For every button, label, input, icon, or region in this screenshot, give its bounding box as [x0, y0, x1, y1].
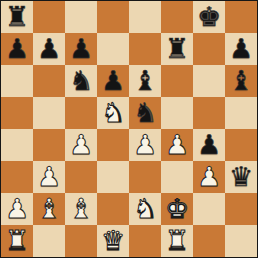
square-a8[interactable]: ♜	[1, 1, 33, 33]
piece-black-pawn[interactable]: ♟	[5, 33, 29, 65]
square-a1[interactable]: ♜	[1, 225, 33, 257]
square-c4[interactable]: ♟	[65, 129, 97, 161]
piece-white-knight[interactable]: ♞	[101, 97, 125, 129]
square-c7[interactable]: ♟	[65, 33, 97, 65]
square-d4[interactable]	[97, 129, 129, 161]
square-f3[interactable]	[161, 161, 193, 193]
square-e5[interactable]: ♞	[129, 97, 161, 129]
square-g1[interactable]	[193, 225, 225, 257]
square-h8[interactable]	[225, 1, 257, 33]
square-f8[interactable]	[161, 1, 193, 33]
square-c1[interactable]	[65, 225, 97, 257]
square-d5[interactable]: ♞	[97, 97, 129, 129]
square-f4[interactable]: ♟	[161, 129, 193, 161]
square-g2[interactable]	[193, 193, 225, 225]
piece-black-pawn[interactable]: ♟	[101, 65, 125, 97]
square-d3[interactable]	[97, 161, 129, 193]
piece-white-queen[interactable]: ♛	[101, 225, 125, 257]
square-f6[interactable]	[161, 65, 193, 97]
piece-white-knight[interactable]: ♞	[133, 193, 157, 225]
square-a7[interactable]: ♟	[1, 33, 33, 65]
square-a3[interactable]	[1, 161, 33, 193]
piece-white-bishop[interactable]: ♝	[37, 193, 61, 225]
square-b3[interactable]: ♟	[33, 161, 65, 193]
square-a2[interactable]: ♟	[1, 193, 33, 225]
piece-black-king[interactable]: ♚	[197, 1, 221, 33]
square-d7[interactable]	[97, 33, 129, 65]
piece-black-rook[interactable]: ♜	[5, 1, 29, 33]
piece-black-pawn[interactable]: ♟	[37, 33, 61, 65]
square-e4[interactable]: ♟	[129, 129, 161, 161]
square-b7[interactable]: ♟	[33, 33, 65, 65]
piece-white-pawn[interactable]: ♟	[197, 161, 221, 193]
square-e2[interactable]: ♞	[129, 193, 161, 225]
square-h3[interactable]: ♛	[225, 161, 257, 193]
square-b4[interactable]	[33, 129, 65, 161]
square-f1[interactable]: ♜	[161, 225, 193, 257]
piece-black-pawn[interactable]: ♟	[197, 129, 221, 161]
piece-black-pawn[interactable]: ♟	[69, 33, 93, 65]
square-f7[interactable]: ♜	[161, 33, 193, 65]
square-e1[interactable]	[129, 225, 161, 257]
square-e6[interactable]: ♝	[129, 65, 161, 97]
square-d2[interactable]	[97, 193, 129, 225]
square-d8[interactable]	[97, 1, 129, 33]
square-h2[interactable]	[225, 193, 257, 225]
square-g8[interactable]: ♚	[193, 1, 225, 33]
square-b5[interactable]	[33, 97, 65, 129]
piece-black-knight[interactable]: ♞	[133, 97, 157, 129]
square-e3[interactable]	[129, 161, 161, 193]
square-e7[interactable]	[129, 33, 161, 65]
square-c6[interactable]: ♞	[65, 65, 97, 97]
square-c8[interactable]	[65, 1, 97, 33]
piece-white-pawn[interactable]: ♟	[165, 129, 189, 161]
piece-black-knight[interactable]: ♞	[69, 65, 93, 97]
square-b8[interactable]	[33, 1, 65, 33]
square-c3[interactable]	[65, 161, 97, 193]
piece-white-pawn[interactable]: ♟	[69, 129, 93, 161]
piece-white-bishop[interactable]: ♝	[69, 193, 93, 225]
square-g5[interactable]	[193, 97, 225, 129]
square-a6[interactable]	[1, 65, 33, 97]
square-g6[interactable]	[193, 65, 225, 97]
piece-black-bishop[interactable]: ♝	[133, 65, 157, 97]
piece-black-rook[interactable]: ♜	[165, 33, 189, 65]
piece-black-pawn[interactable]: ♟	[229, 33, 253, 65]
square-a5[interactable]	[1, 97, 33, 129]
piece-white-king[interactable]: ♚	[165, 193, 189, 225]
square-h4[interactable]	[225, 129, 257, 161]
square-e8[interactable]	[129, 1, 161, 33]
square-h7[interactable]: ♟	[225, 33, 257, 65]
piece-black-bishop[interactable]: ♝	[229, 65, 253, 97]
square-f5[interactable]	[161, 97, 193, 129]
square-h6[interactable]: ♝	[225, 65, 257, 97]
piece-white-rook[interactable]: ♜	[165, 225, 189, 257]
piece-white-pawn[interactable]: ♟	[37, 161, 61, 193]
square-h5[interactable]	[225, 97, 257, 129]
piece-white-pawn[interactable]: ♟	[5, 193, 29, 225]
square-g4[interactable]: ♟	[193, 129, 225, 161]
square-g7[interactable]	[193, 33, 225, 65]
square-c2[interactable]: ♝	[65, 193, 97, 225]
square-b2[interactable]: ♝	[33, 193, 65, 225]
square-h1[interactable]	[225, 225, 257, 257]
piece-black-queen[interactable]: ♛	[229, 161, 253, 193]
square-g3[interactable]: ♟	[193, 161, 225, 193]
piece-white-pawn[interactable]: ♟	[133, 129, 157, 161]
square-a4[interactable]	[1, 129, 33, 161]
square-f2[interactable]: ♚	[161, 193, 193, 225]
square-d6[interactable]: ♟	[97, 65, 129, 97]
chess-board: ♜♚♟♟♟♜♟♞♟♝♝♞♞♟♟♟♟♟♟♛♟♝♝♞♚♜♛♜	[0, 0, 258, 258]
square-b1[interactable]	[33, 225, 65, 257]
piece-white-rook[interactable]: ♜	[5, 225, 29, 257]
square-b6[interactable]	[33, 65, 65, 97]
square-c5[interactable]	[65, 97, 97, 129]
square-d1[interactable]: ♛	[97, 225, 129, 257]
